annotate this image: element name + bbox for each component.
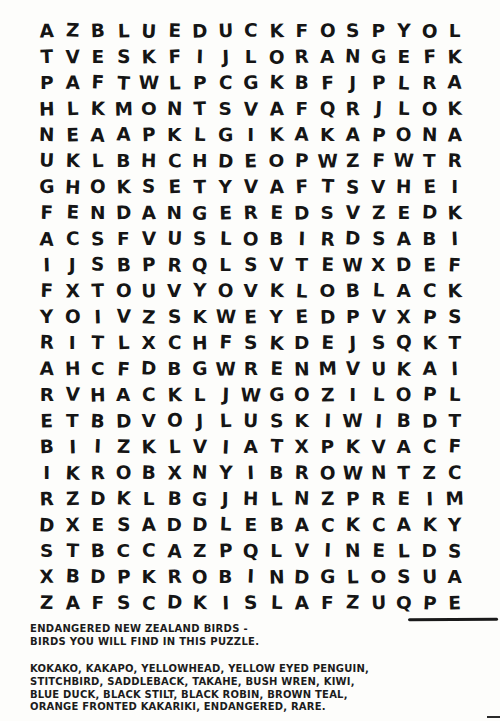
grid-cell: F — [161, 44, 187, 71]
grid-cell: H — [238, 486, 264, 513]
grid-cell: L — [110, 18, 136, 45]
corner-mark — [487, 716, 500, 718]
grid-cell: W — [339, 460, 366, 487]
grid-cell: R — [161, 252, 188, 279]
grid-cell: A — [263, 174, 289, 201]
grid-cell: I — [238, 460, 264, 487]
grid-cell: V — [110, 303, 137, 330]
grid-cell: C — [161, 330, 187, 357]
grid-cell: L — [365, 277, 392, 304]
grid-cell: B — [136, 460, 162, 487]
grid-cell: U — [33, 147, 60, 174]
grid-cell: A — [288, 121, 315, 148]
grid-cell: B — [85, 18, 111, 45]
grid-cell: T — [110, 70, 137, 97]
grid-cell: P — [416, 590, 443, 617]
grid-cell: E — [238, 304, 264, 331]
grid-cell: I — [212, 434, 239, 461]
grid-cell: E — [212, 200, 238, 227]
grid-cell: P — [340, 304, 366, 330]
grid-cell: Z — [314, 382, 340, 409]
grid-cell: J — [213, 486, 239, 512]
grid-cell: B — [161, 486, 187, 513]
grid-cell: Z — [59, 17, 86, 44]
grid-cell: L — [85, 148, 111, 175]
grid-cell: A — [136, 200, 162, 227]
grid-cell: C — [314, 512, 341, 539]
grid-cell: V — [238, 174, 264, 201]
grid-cell: K — [390, 356, 417, 383]
grid-cell: E — [263, 200, 289, 227]
grid-cell: P — [365, 70, 391, 97]
grid-cell: A — [416, 356, 442, 383]
grid-cell: Z — [135, 304, 162, 331]
grid-cell: N — [339, 43, 366, 70]
grid-cell: E — [365, 538, 391, 565]
grid-cell: K — [187, 590, 213, 617]
grid-cell: W — [314, 148, 340, 175]
grid-cell: B — [213, 564, 239, 590]
grid-cell: O — [416, 18, 443, 45]
grid-cell: H — [391, 174, 417, 201]
grid-cell: I — [442, 226, 468, 253]
grid-cell: K — [161, 382, 187, 409]
grid-cell: O — [289, 382, 315, 409]
grid-cell: B — [289, 70, 315, 97]
grid-cell: D — [110, 408, 136, 435]
grid-cell: R — [442, 148, 468, 175]
grid-cell: S — [238, 590, 264, 617]
grid-cell: Z — [59, 486, 85, 513]
grid-cell: S — [238, 330, 264, 357]
grid-cell: X — [136, 330, 162, 356]
grid-cell: E — [314, 330, 340, 357]
grid-cell: G — [314, 564, 340, 591]
grid-cell: E — [238, 512, 264, 538]
grid-cell: T — [263, 433, 290, 460]
grid-cell: Q — [314, 96, 340, 123]
word-list-line-1: KOKAKO, KAKAPO, YELLOWHEAD, YELLOW EYED … — [30, 663, 369, 676]
grid-cell: X — [161, 460, 187, 487]
grid-cell: F — [34, 278, 60, 305]
grid-cell: A — [315, 44, 341, 70]
word-list-line-2: STITCHBIRD, SADDLEBACK, TAKAHE, BUSH WRE… — [30, 676, 369, 689]
grid-cell: Y — [391, 18, 417, 45]
grid-cell: Q — [187, 252, 213, 279]
grid-cell: V — [187, 434, 213, 461]
grid-cell: T — [187, 96, 213, 123]
grid-cell: T — [34, 44, 60, 71]
grid-cell: K — [416, 512, 442, 539]
grid-cell: C — [135, 590, 162, 617]
grid-cell: U — [136, 278, 162, 305]
grid-cell: P — [340, 486, 366, 513]
grid-cell: I — [442, 356, 468, 383]
grid-cell: Y — [212, 460, 238, 487]
grid-cell: L — [391, 96, 417, 123]
grid-cell: A — [340, 122, 366, 149]
grid-cell: P — [110, 564, 136, 591]
grid-cell: E — [85, 512, 111, 538]
grid-cell: U — [161, 225, 188, 252]
grid-cell: S — [391, 564, 417, 591]
grid-cell: M — [314, 356, 340, 383]
grid-cell: Y — [442, 512, 468, 539]
grid-cell: P — [289, 148, 315, 175]
grid-cell: L — [442, 18, 468, 44]
grid-cell: Y — [264, 304, 290, 330]
grid-cell: D — [85, 486, 111, 513]
grid-cell: X — [289, 434, 315, 461]
grid-cell: A — [289, 512, 315, 539]
grid-cell: R — [85, 460, 111, 487]
grid-cell: K — [416, 330, 442, 357]
grid-cell: D — [288, 564, 315, 591]
grid-cell: B — [391, 408, 417, 435]
grid-cell: G — [212, 122, 238, 149]
grid-cell: F — [85, 590, 111, 616]
grid-cell: E — [442, 590, 468, 617]
grid-cell: V — [340, 200, 366, 227]
grid-cell: E — [391, 486, 417, 513]
grid-cell: K — [187, 304, 213, 330]
grid-cell: N — [162, 200, 188, 226]
grid-cell: V — [365, 434, 391, 461]
grid-cell: A — [59, 590, 85, 617]
grid-cell: G — [238, 70, 264, 97]
grid-cell: L — [136, 486, 162, 512]
grid-cell: L — [110, 330, 136, 357]
grid-cell: H — [136, 148, 162, 175]
grid-cell: D — [212, 148, 239, 175]
grid-cell: W — [340, 252, 366, 279]
grid-cell: R — [34, 382, 60, 408]
grid-cell: F — [441, 252, 468, 279]
grid-cell: I — [84, 433, 111, 460]
grid-cell: P — [416, 381, 443, 408]
grid-cell: K — [442, 200, 468, 227]
grid-cell: F — [84, 69, 111, 96]
grid-cell: Z — [340, 148, 366, 175]
grid-cell: Q — [238, 538, 264, 565]
grid-cell: M — [110, 96, 136, 123]
underline-mark — [408, 618, 498, 622]
grid-cell: T — [391, 460, 417, 487]
grid-cell: S — [315, 200, 341, 226]
grid-cell: K — [442, 96, 468, 123]
grid-cell: A — [110, 121, 137, 148]
grid-cell: U — [212, 18, 238, 45]
grid-cell: B — [263, 512, 289, 539]
grid-cell: C — [442, 460, 468, 487]
grid-cell: T — [442, 330, 468, 356]
grid-cell: O — [263, 44, 290, 71]
grid-cell: R — [34, 486, 60, 513]
grid-cell: I — [34, 460, 60, 486]
grid-cell: F — [289, 18, 315, 44]
grid-cell: D — [339, 225, 366, 252]
grid-cell: D — [187, 512, 213, 539]
grid-cell: I — [314, 537, 341, 564]
grid-cell: D — [33, 512, 60, 539]
grid-cell: L — [365, 382, 391, 409]
grid-cell: T — [187, 174, 213, 201]
grid-cell: O — [85, 174, 111, 201]
grid-cell: O — [212, 278, 238, 305]
grid-cell: V — [263, 252, 289, 279]
grid-cell: K — [263, 18, 289, 45]
grid-cell: H — [59, 356, 85, 383]
grid-cell: A — [33, 226, 60, 253]
grid-cell: U — [365, 590, 391, 617]
grid-cell: K — [59, 148, 85, 175]
grid-cell: L — [161, 434, 187, 461]
grid-cell: C — [365, 512, 391, 539]
grid-cell: A — [136, 512, 162, 539]
grid-cell: H — [34, 96, 60, 123]
grid-cell: L — [264, 538, 290, 564]
grid-cell: A — [34, 356, 60, 383]
grid-cell: S — [84, 251, 111, 278]
grid-cell: I — [238, 122, 264, 148]
grid-cell: F — [289, 174, 315, 201]
grid-cell: G — [263, 382, 289, 409]
grid-cell: K — [110, 174, 136, 201]
grid-cell: R — [238, 356, 264, 382]
grid-cell: K — [263, 69, 290, 96]
grid-cell: P — [365, 122, 392, 149]
grid-cell: D — [314, 304, 340, 331]
grid-cell: I — [237, 563, 264, 590]
grid-cell: D — [289, 200, 315, 227]
grid-cell: A — [161, 538, 188, 565]
grid-cell: F — [441, 433, 468, 460]
grid-cell: K — [136, 44, 162, 71]
grid-cell: F — [110, 356, 137, 383]
grid-cell: P — [416, 304, 443, 331]
grid-cell: S — [365, 330, 391, 357]
grid-cell: E — [161, 18, 187, 45]
caption-line-2: BIRDS YOU WILL FIND IN THIS PUZZLE. — [30, 636, 259, 649]
grid-cell: O — [314, 18, 340, 45]
grid-cell: E — [59, 122, 85, 149]
grid-cell: C — [416, 278, 442, 305]
grid-cell: K — [162, 122, 188, 148]
grid-cell: N — [161, 96, 187, 123]
grid-cell: K — [442, 44, 468, 71]
grid-cell: K — [136, 434, 162, 461]
grid-cell: E — [416, 174, 442, 201]
word-list: KOKAKO, KAKAPO, YELLOWHEAD, YELLOW EYED … — [30, 663, 369, 714]
grid-cell: Z — [110, 434, 136, 461]
grid-cell: D — [416, 408, 442, 435]
grid-cell: B — [264, 460, 290, 486]
grid-cell: R — [289, 460, 315, 487]
grid-cell: O — [238, 226, 264, 253]
grid-cell: M — [442, 486, 468, 513]
grid-cell: J — [365, 95, 392, 122]
grid-cell: D — [391, 252, 417, 279]
grid-cell: E — [314, 252, 340, 279]
grid-cell: T — [85, 330, 111, 357]
grid-cell: X — [391, 304, 417, 331]
grid-cell: S — [339, 174, 366, 201]
grid-cell: K — [263, 278, 289, 305]
grid-cell: K — [110, 485, 137, 512]
grid-cell: U — [238, 408, 264, 435]
grid-cell: J — [212, 44, 238, 71]
grid-cell: D — [416, 199, 443, 226]
grid-cell: A — [84, 122, 111, 149]
grid-cell: A — [263, 96, 289, 123]
grid-cell: O — [366, 564, 392, 590]
grid-cell: C — [85, 356, 111, 382]
grid-cell: F — [289, 96, 315, 122]
grid-cell: D — [85, 564, 111, 591]
grid-cell: I — [442, 174, 468, 200]
grid-cell: O — [264, 148, 290, 174]
grid-cell: V — [365, 304, 391, 331]
grid-cell: K — [340, 434, 366, 461]
grid-cell: I — [314, 408, 340, 435]
grid-cell: Z — [187, 538, 213, 564]
grid-cell: S — [213, 96, 239, 122]
grid-cell: A — [289, 590, 315, 617]
grid-cell: J — [340, 330, 366, 357]
grid-cell: L — [391, 538, 417, 565]
word-list-line-4: ORANGE FRONTED KAKARIKI, ENDANGERED, RAR… — [30, 701, 369, 714]
grid-cell: C — [59, 226, 85, 253]
grid-cell: L — [340, 564, 366, 591]
grid-cell: N — [289, 356, 315, 383]
grid-cell: O — [314, 460, 340, 487]
grid-cell: O — [187, 564, 213, 591]
grid-cell: S — [161, 304, 187, 331]
grid-cell: U — [365, 356, 391, 383]
grid-cell: N — [85, 200, 111, 226]
grid-cell: T — [59, 538, 85, 565]
grid-cell: I — [340, 382, 366, 408]
grid-cell: W — [390, 147, 417, 174]
grid-cell: O — [136, 96, 162, 122]
grid-cell: C — [212, 70, 238, 97]
grid-cell: L — [390, 70, 417, 97]
grid-cell: T — [85, 278, 111, 305]
grid-cell: L — [238, 44, 264, 70]
grid-cell: V — [136, 226, 162, 253]
grid-cell: H — [59, 174, 86, 201]
grid-cell: D — [187, 18, 213, 45]
grid-cell: X — [366, 252, 392, 278]
grid-cell: J — [340, 70, 366, 96]
grid-cell: D — [110, 200, 136, 227]
grid-cell: W — [212, 304, 238, 331]
grid-cell: O — [391, 382, 417, 409]
grid-cell: N — [340, 538, 366, 565]
grid-cell: E — [391, 44, 417, 70]
grid-cell: U — [135, 18, 162, 45]
grid-cell: D — [162, 512, 188, 538]
grid-cell: R — [161, 564, 187, 591]
puzzle-caption: ENDANGERED NEW ZEALAND BIRDS - BIRDS YOU… — [30, 623, 259, 648]
grid-cell: I — [59, 434, 85, 461]
grid-cell: X — [34, 564, 60, 591]
grid-cell: D — [135, 355, 162, 382]
grid-cell: Z — [417, 460, 443, 486]
grid-cell: E — [391, 200, 417, 226]
grid-cell: E — [263, 356, 289, 383]
grid-cell: B — [85, 538, 111, 565]
grid-cell: F — [315, 590, 341, 616]
grid-cell: C — [111, 538, 137, 564]
grid-cell: S — [135, 173, 162, 200]
grid-cell: L — [161, 70, 187, 97]
grid-cell: V — [366, 174, 392, 200]
grid-cell: L — [263, 590, 289, 617]
grid-cell: J — [212, 382, 238, 409]
grid-cell: T — [289, 252, 315, 278]
grid-cell: F — [212, 329, 239, 356]
grid-cell: Y — [34, 304, 60, 331]
grid-cell: V — [59, 381, 86, 408]
grid-cell: Y — [186, 277, 213, 304]
grid-cell: K — [289, 408, 315, 434]
grid-cell: Z — [34, 590, 60, 617]
grid-cell: S — [441, 538, 468, 565]
grid-cell: J — [187, 408, 213, 435]
grid-cell: X — [59, 512, 85, 539]
grid-cell: Z — [339, 589, 366, 616]
grid-cell: E — [289, 304, 315, 331]
grid-cell: S — [110, 590, 136, 617]
grid-cell: C — [416, 434, 442, 461]
grid-cell: Z — [314, 486, 340, 513]
grid-cell: L — [263, 486, 289, 513]
grid-cell: L — [59, 96, 85, 123]
grid-cell: S — [187, 226, 213, 253]
grid-cell: N — [416, 122, 442, 149]
grid-cell: L — [212, 511, 239, 538]
grid-cell: B — [110, 252, 136, 279]
grid-cell: E — [416, 252, 442, 279]
grid-cell: B — [162, 356, 188, 382]
grid-cell: T — [442, 408, 468, 434]
grid-cell: O — [59, 304, 85, 331]
grid-cell: P — [34, 70, 60, 96]
grid-cell: V — [238, 278, 264, 304]
grid-cell: I — [85, 304, 111, 331]
grid-cell: G — [365, 44, 391, 71]
grid-cell: W — [136, 70, 162, 97]
word-search-grid: AZBLUEDUCKFOSPYOLTVESKFIJLORANGEFKPAFTWL… — [34, 18, 468, 616]
grid-cell: D — [417, 538, 443, 564]
grid-cell: R — [314, 226, 341, 253]
grid-cell: S — [365, 226, 391, 253]
caption-line-1: ENDANGERED NEW ZEALAND BIRDS - — [30, 623, 259, 636]
grid-cell: G — [186, 200, 213, 227]
grid-cell: C — [161, 148, 187, 175]
grid-cell: B — [340, 278, 366, 305]
grid-cell: V — [59, 44, 85, 71]
grid-cell: R — [417, 70, 443, 96]
grid-cell: P — [366, 18, 392, 44]
grid-cell: O — [110, 460, 136, 487]
grid-cell: N — [263, 564, 289, 591]
grid-cell: B — [34, 434, 60, 461]
grid-cell: Y — [213, 174, 239, 200]
grid-cell: P — [315, 434, 341, 460]
grid-cell: S — [442, 304, 468, 331]
